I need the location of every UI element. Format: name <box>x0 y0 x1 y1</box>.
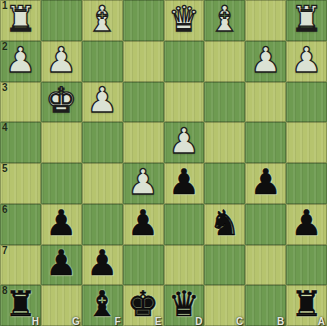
square-f3[interactable]: ♟ <box>82 82 123 123</box>
square-g5[interactable] <box>41 163 82 204</box>
piece-black-pawn[interactable]: ♟ <box>46 246 77 281</box>
piece-white-pawn[interactable]: ♟ <box>168 124 199 159</box>
square-c7[interactable] <box>204 245 245 286</box>
square-d8[interactable]: D♛ <box>164 285 205 326</box>
square-c2[interactable] <box>204 41 245 82</box>
square-f8[interactable]: F♝ <box>82 285 123 326</box>
square-a2[interactable]: ♟ <box>286 41 327 82</box>
square-e3[interactable] <box>123 82 164 123</box>
square-f5[interactable] <box>82 163 123 204</box>
square-f1[interactable]: ♝ <box>82 0 123 41</box>
piece-white-bishop[interactable]: ♝ <box>209 2 240 37</box>
piece-white-king[interactable]: ♚ <box>46 83 77 118</box>
square-h5[interactable]: 5 <box>0 163 41 204</box>
piece-black-rook[interactable]: ♜ <box>291 287 322 322</box>
piece-black-pawn[interactable]: ♟ <box>291 206 322 241</box>
square-g8[interactable]: G <box>41 285 82 326</box>
piece-white-pawn[interactable]: ♟ <box>291 43 322 78</box>
rank-label-3: 3 <box>2 82 8 93</box>
piece-black-pawn[interactable]: ♟ <box>46 206 77 241</box>
rank-label-5: 5 <box>2 163 8 174</box>
rank-label-4: 4 <box>2 122 8 133</box>
piece-black-pawn[interactable]: ♟ <box>127 206 158 241</box>
piece-white-pawn[interactable]: ♟ <box>127 165 158 200</box>
piece-black-queen[interactable]: ♛ <box>168 287 199 322</box>
square-c5[interactable] <box>204 163 245 204</box>
square-b4[interactable] <box>245 122 286 163</box>
piece-white-queen[interactable]: ♛ <box>168 2 199 37</box>
square-d7[interactable] <box>164 245 205 286</box>
square-d2[interactable] <box>164 41 205 82</box>
piece-white-pawn[interactable]: ♟ <box>5 43 36 78</box>
piece-black-pawn[interactable]: ♟ <box>168 165 199 200</box>
square-g4[interactable] <box>41 122 82 163</box>
square-b6[interactable] <box>245 204 286 245</box>
square-b7[interactable] <box>245 245 286 286</box>
board-grid: 1♜♝♛♝♜2♟♟♟♟3♚♟4♟5♟♟♟6♟♟♞♟7♟♟8H♜GF♝E♚D♛CB… <box>0 0 327 326</box>
rank-label-7: 7 <box>2 245 8 256</box>
piece-black-pawn[interactable]: ♟ <box>250 165 281 200</box>
square-a7[interactable] <box>286 245 327 286</box>
piece-black-knight[interactable]: ♞ <box>209 206 240 241</box>
square-h8[interactable]: 8H♜ <box>0 285 41 326</box>
piece-white-rook[interactable]: ♜ <box>291 2 322 37</box>
square-e4[interactable] <box>123 122 164 163</box>
square-c3[interactable] <box>204 82 245 123</box>
square-e2[interactable] <box>123 41 164 82</box>
square-h7[interactable]: 7 <box>0 245 41 286</box>
square-d4[interactable]: ♟ <box>164 122 205 163</box>
square-e7[interactable] <box>123 245 164 286</box>
square-g1[interactable] <box>41 0 82 41</box>
square-g2[interactable]: ♟ <box>41 41 82 82</box>
square-e5[interactable]: ♟ <box>123 163 164 204</box>
square-c1[interactable]: ♝ <box>204 0 245 41</box>
piece-white-pawn[interactable]: ♟ <box>86 83 117 118</box>
file-label-b: B <box>277 316 284 326</box>
square-a3[interactable] <box>286 82 327 123</box>
piece-white-pawn[interactable]: ♟ <box>250 43 281 78</box>
square-b5[interactable]: ♟ <box>245 163 286 204</box>
square-f6[interactable] <box>82 204 123 245</box>
square-h2[interactable]: 2♟ <box>0 41 41 82</box>
square-d6[interactable] <box>164 204 205 245</box>
square-b2[interactable]: ♟ <box>245 41 286 82</box>
square-e8[interactable]: E♚ <box>123 285 164 326</box>
square-h3[interactable]: 3 <box>0 82 41 123</box>
square-c4[interactable] <box>204 122 245 163</box>
square-e1[interactable] <box>123 0 164 41</box>
piece-black-bishop[interactable]: ♝ <box>86 287 117 322</box>
square-h1[interactable]: 1♜ <box>0 0 41 41</box>
square-f2[interactable] <box>82 41 123 82</box>
square-b3[interactable] <box>245 82 286 123</box>
square-c6[interactable]: ♞ <box>204 204 245 245</box>
square-b8[interactable]: B <box>245 285 286 326</box>
square-a6[interactable]: ♟ <box>286 204 327 245</box>
piece-white-rook[interactable]: ♜ <box>5 2 36 37</box>
square-a4[interactable] <box>286 122 327 163</box>
square-e6[interactable]: ♟ <box>123 204 164 245</box>
square-f4[interactable] <box>82 122 123 163</box>
file-label-g: G <box>72 316 80 326</box>
square-a8[interactable]: A♜ <box>286 285 327 326</box>
piece-black-king[interactable]: ♚ <box>127 287 158 322</box>
rank-label-6: 6 <box>2 204 8 215</box>
square-h4[interactable]: 4 <box>0 122 41 163</box>
square-g7[interactable]: ♟ <box>41 245 82 286</box>
piece-black-rook[interactable]: ♜ <box>5 287 36 322</box>
square-c8[interactable]: C <box>204 285 245 326</box>
piece-white-pawn[interactable]: ♟ <box>46 43 77 78</box>
square-d1[interactable]: ♛ <box>164 0 205 41</box>
square-a1[interactable]: ♜ <box>286 0 327 41</box>
square-b1[interactable] <box>245 0 286 41</box>
square-g3[interactable]: ♚ <box>41 82 82 123</box>
square-d3[interactable] <box>164 82 205 123</box>
square-d5[interactable]: ♟ <box>164 163 205 204</box>
square-h6[interactable]: 6 <box>0 204 41 245</box>
file-label-c: C <box>236 316 243 326</box>
square-g6[interactable]: ♟ <box>41 204 82 245</box>
piece-white-bishop[interactable]: ♝ <box>86 2 117 37</box>
piece-black-pawn[interactable]: ♟ <box>86 246 117 281</box>
square-a5[interactable] <box>286 163 327 204</box>
square-f7[interactable]: ♟ <box>82 245 123 286</box>
chess-board: 1♜♝♛♝♜2♟♟♟♟3♚♟4♟5♟♟♟6♟♟♞♟7♟♟8H♜GF♝E♚D♛CB… <box>0 0 327 326</box>
